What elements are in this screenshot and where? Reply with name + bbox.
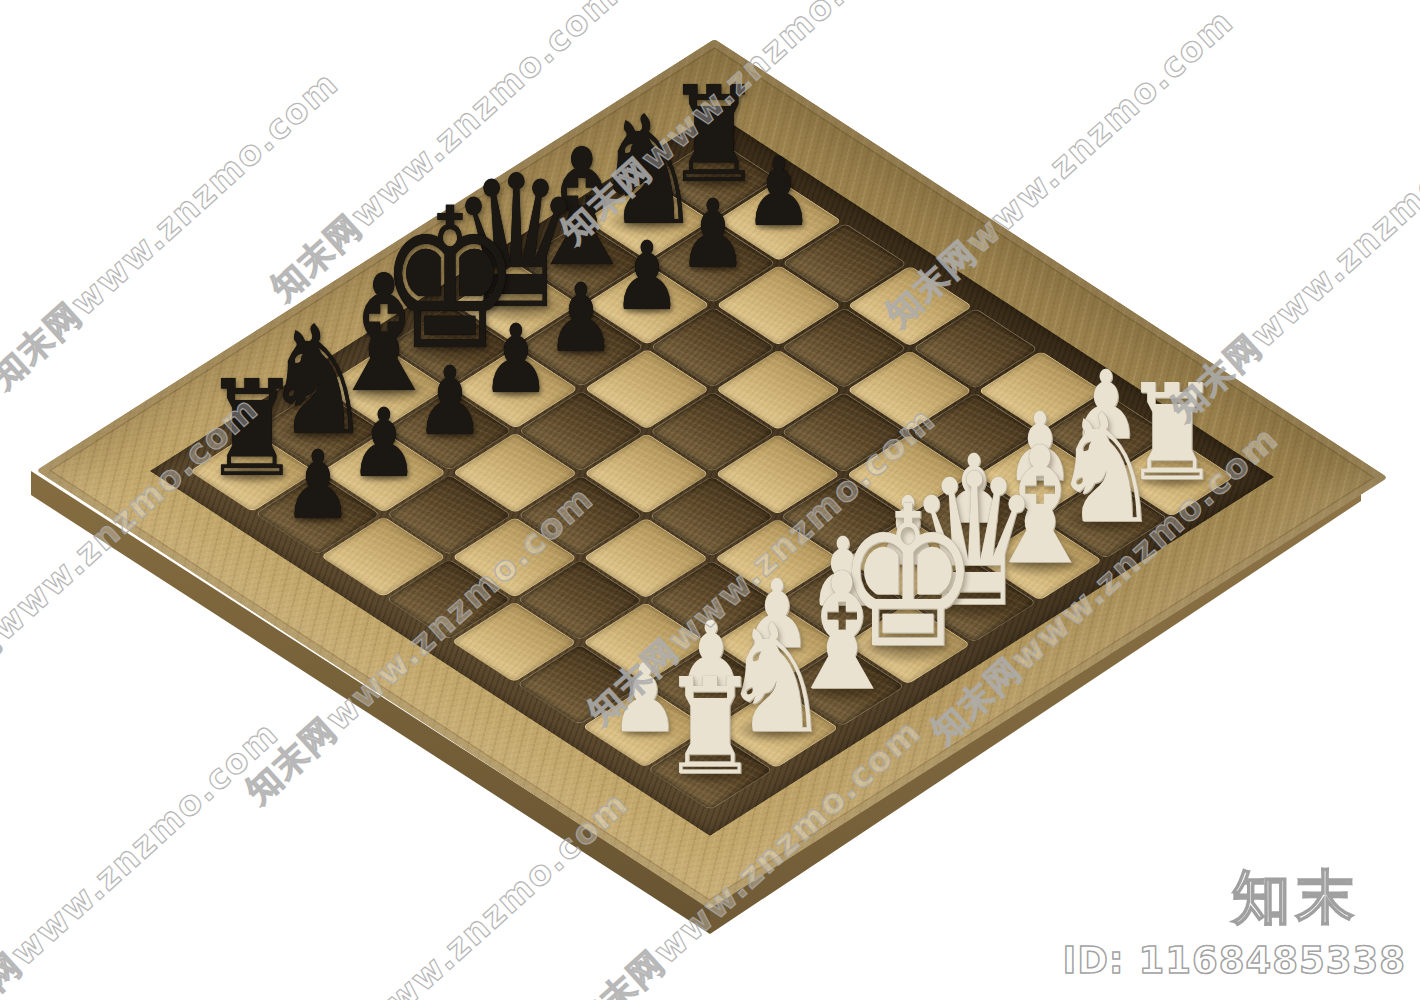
- board-inner-border: [150, 112, 1274, 835]
- watermark: 知末网www.znzmo.com: [0, 711, 289, 1000]
- chess-render-canvas: ♜♞♝♛♚♝♞♜♟♟♟♟♟♟♟♟♟♟♟♟♟♟♟♟♜♞♝♛♚♝♞♜ 知末网www.…: [0, 0, 1420, 1000]
- logo-text: 知末: [1062, 859, 1360, 937]
- logo-id-text: ID: 1168485338: [1062, 939, 1406, 982]
- site-logo: 知末 ID: 1168485338: [1062, 859, 1406, 982]
